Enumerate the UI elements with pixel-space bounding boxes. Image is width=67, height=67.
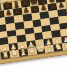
board-grid — [0, 0, 67, 59]
chess-set-photo: ♜♞♝♛♚♝♞♜♟♟♟♟♟♟♟♟♟♟♟♟♟♟♟♟♜♞♝♛♚♝♞♜ — [0, 0, 67, 67]
square-h1 — [62, 42, 67, 50]
board-border: ♜♞♝♛♚♝♞♜♟♟♟♟♟♟♟♟♟♟♟♟♟♟♟♟♜♞♝♛♚♝♞♜ — [0, 0, 67, 65]
chess-board: ♜♞♝♛♚♝♞♜♟♟♟♟♟♟♟♟♟♟♟♟♟♟♟♟♜♞♝♛♚♝♞♜ — [0, 0, 67, 65]
